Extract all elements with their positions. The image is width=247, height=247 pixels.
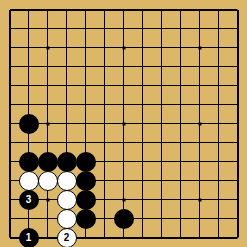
intersection-13-13[interactable] (228, 228, 247, 247)
intersection-10-13[interactable] (171, 228, 190, 247)
intersection-13-7[interactable] (228, 114, 247, 133)
intersection-12-3[interactable] (209, 38, 228, 57)
intersection-2-4[interactable] (19, 57, 38, 76)
intersection-1-5[interactable] (0, 76, 19, 95)
intersection-3-13[interactable] (38, 228, 57, 247)
intersection-12-11[interactable] (209, 190, 228, 209)
move-number: 3 (26, 195, 32, 205)
white-stone: 2 (57, 228, 77, 247)
intersection-13-12[interactable] (228, 209, 247, 228)
intersection-8-13[interactable] (133, 228, 152, 247)
intersection-7-11[interactable] (114, 190, 133, 209)
intersection-3-2[interactable] (38, 19, 57, 38)
intersection-5-5[interactable] (76, 76, 95, 95)
intersection-3-7[interactable] (38, 114, 57, 133)
intersection-11-6[interactable] (190, 95, 209, 114)
intersection-5-9[interactable] (76, 152, 95, 171)
black-stone (76, 209, 96, 229)
intersection-4-9[interactable] (57, 152, 76, 171)
intersection-7-8[interactable] (114, 133, 133, 152)
intersection-11-10[interactable] (190, 171, 209, 190)
intersection-11-3[interactable] (190, 38, 209, 57)
white-stone (57, 171, 77, 191)
intersection-5-3[interactable] (76, 38, 95, 57)
intersection-10-2[interactable] (171, 19, 190, 38)
intersection-2-9[interactable] (19, 152, 38, 171)
intersection-5-10[interactable] (76, 171, 95, 190)
star-point (122, 122, 125, 125)
intersection-12-9[interactable] (209, 152, 228, 171)
intersection-9-5[interactable] (152, 76, 171, 95)
intersection-1-4[interactable] (0, 57, 19, 76)
intersection-7-6[interactable] (114, 95, 133, 114)
intersection-2-3[interactable] (19, 38, 38, 57)
intersection-13-6[interactable] (228, 95, 247, 114)
intersection-7-3[interactable] (114, 38, 133, 57)
intersection-2-13[interactable]: 1 (19, 228, 38, 247)
intersection-3-4[interactable] (38, 57, 57, 76)
intersection-1-12[interactable] (0, 209, 19, 228)
intersection-1-7[interactable] (0, 114, 19, 133)
intersection-7-13[interactable] (114, 228, 133, 247)
move-number: 1 (26, 233, 32, 243)
intersection-3-10[interactable] (38, 171, 57, 190)
intersection-1-3[interactable] (0, 38, 19, 57)
intersection-13-4[interactable] (228, 57, 247, 76)
intersection-6-1[interactable] (95, 0, 114, 19)
black-stone (57, 152, 77, 172)
intersection-8-9[interactable] (133, 152, 152, 171)
intersection-3-6[interactable] (38, 95, 57, 114)
intersection-5-7[interactable] (76, 114, 95, 133)
intersection-2-8[interactable] (19, 133, 38, 152)
intersection-8-12[interactable] (133, 209, 152, 228)
black-stone (19, 114, 39, 134)
intersection-4-11[interactable] (57, 190, 76, 209)
intersection-8-3[interactable] (133, 38, 152, 57)
intersection-6-2[interactable] (95, 19, 114, 38)
intersection-3-3[interactable] (38, 38, 57, 57)
white-stone (57, 190, 77, 210)
intersection-8-2[interactable] (133, 19, 152, 38)
intersection-9-2[interactable] (152, 19, 171, 38)
intersection-4-8[interactable] (57, 133, 76, 152)
intersection-1-6[interactable] (0, 95, 19, 114)
white-stone (19, 171, 39, 191)
intersection-6-10[interactable] (95, 171, 114, 190)
intersection-11-1[interactable] (190, 0, 209, 19)
intersection-10-12[interactable] (171, 209, 190, 228)
black-stone: 1 (19, 228, 39, 247)
intersection-12-13[interactable] (209, 228, 228, 247)
star-point (46, 198, 49, 201)
intersection-8-11[interactable] (133, 190, 152, 209)
star-point (46, 46, 49, 49)
intersection-10-10[interactable] (171, 171, 190, 190)
intersection-9-9[interactable] (152, 152, 171, 171)
intersection-7-2[interactable] (114, 19, 133, 38)
intersection-10-11[interactable] (171, 190, 190, 209)
black-stone: 3 (19, 190, 39, 210)
intersection-2-7[interactable] (19, 114, 38, 133)
intersection-11-4[interactable] (190, 57, 209, 76)
intersection-7-10[interactable] (114, 171, 133, 190)
intersection-12-12[interactable] (209, 209, 228, 228)
intersection-9-6[interactable] (152, 95, 171, 114)
star-point (198, 46, 201, 49)
intersection-4-3[interactable] (57, 38, 76, 57)
black-stone (38, 152, 58, 172)
intersection-6-11[interactable] (95, 190, 114, 209)
intersection-13-10[interactable] (228, 171, 247, 190)
intersection-11-13[interactable] (190, 228, 209, 247)
intersection-11-9[interactable] (190, 152, 209, 171)
intersection-13-11[interactable] (228, 190, 247, 209)
intersection-1-13[interactable] (0, 228, 19, 247)
black-stone (19, 152, 39, 172)
intersection-9-13[interactable] (152, 228, 171, 247)
intersection-13-2[interactable] (228, 19, 247, 38)
intersection-12-5[interactable] (209, 76, 228, 95)
intersection-2-11[interactable]: 3 (19, 190, 38, 209)
intersection-12-4[interactable] (209, 57, 228, 76)
intersection-4-12[interactable] (57, 209, 76, 228)
intersection-10-8[interactable] (171, 133, 190, 152)
intersection-2-12[interactable] (19, 209, 38, 228)
intersection-4-4[interactable] (57, 57, 76, 76)
intersection-7-9[interactable] (114, 152, 133, 171)
white-stone (38, 171, 58, 191)
intersection-4-10[interactable] (57, 171, 76, 190)
intersection-13-9[interactable] (228, 152, 247, 171)
intersection-1-10[interactable] (0, 171, 19, 190)
intersection-2-2[interactable] (19, 19, 38, 38)
intersection-10-9[interactable] (171, 152, 190, 171)
intersection-1-1[interactable] (0, 0, 19, 19)
intersection-6-5[interactable] (95, 76, 114, 95)
intersection-12-6[interactable] (209, 95, 228, 114)
intersection-7-7[interactable] (114, 114, 133, 133)
intersection-9-12[interactable] (152, 209, 171, 228)
intersection-11-2[interactable] (190, 19, 209, 38)
black-stone (114, 209, 134, 229)
intersection-12-7[interactable] (209, 114, 228, 133)
intersection-13-5[interactable] (228, 76, 247, 95)
intersection-8-6[interactable] (133, 95, 152, 114)
intersection-8-4[interactable] (133, 57, 152, 76)
intersection-5-13[interactable] (76, 228, 95, 247)
intersection-9-10[interactable] (152, 171, 171, 190)
intersection-8-8[interactable] (133, 133, 152, 152)
intersection-7-12[interactable] (114, 209, 133, 228)
intersection-5-2[interactable] (76, 19, 95, 38)
intersection-6-12[interactable] (95, 209, 114, 228)
intersection-1-11[interactable] (0, 190, 19, 209)
intersection-13-8[interactable] (228, 133, 247, 152)
intersection-5-1[interactable] (76, 0, 95, 19)
intersection-8-5[interactable] (133, 76, 152, 95)
intersection-5-12[interactable] (76, 209, 95, 228)
intersection-9-1[interactable] (152, 0, 171, 19)
intersection-2-1[interactable] (19, 0, 38, 19)
intersection-12-2[interactable] (209, 19, 228, 38)
intersection-6-4[interactable] (95, 57, 114, 76)
intersection-3-1[interactable] (38, 0, 57, 19)
intersection-10-3[interactable] (171, 38, 190, 57)
intersection-7-1[interactable] (114, 0, 133, 19)
intersection-6-9[interactable] (95, 152, 114, 171)
intersection-8-7[interactable] (133, 114, 152, 133)
intersection-10-5[interactable] (171, 76, 190, 95)
intersection-11-5[interactable] (190, 76, 209, 95)
star-point (198, 198, 201, 201)
intersection-9-11[interactable] (152, 190, 171, 209)
intersection-9-3[interactable] (152, 38, 171, 57)
intersection-10-6[interactable] (171, 95, 190, 114)
intersection-5-8[interactable] (76, 133, 95, 152)
intersection-10-4[interactable] (171, 57, 190, 76)
intersection-6-7[interactable] (95, 114, 114, 133)
star-point (46, 122, 49, 125)
go-board: 312 (0, 0, 247, 247)
intersection-5-4[interactable] (76, 57, 95, 76)
intersection-12-1[interactable] (209, 0, 228, 19)
intersection-3-5[interactable] (38, 76, 57, 95)
intersection-9-4[interactable] (152, 57, 171, 76)
intersection-5-6[interactable] (76, 95, 95, 114)
intersection-9-8[interactable] (152, 133, 171, 152)
intersection-2-5[interactable] (19, 76, 38, 95)
intersection-3-8[interactable] (38, 133, 57, 152)
intersection-3-9[interactable] (38, 152, 57, 171)
move-number: 2 (64, 233, 70, 243)
star-point (122, 46, 125, 49)
intersection-11-8[interactable] (190, 133, 209, 152)
intersection-10-1[interactable] (171, 0, 190, 19)
intersection-6-8[interactable] (95, 133, 114, 152)
intersection-4-2[interactable] (57, 19, 76, 38)
intersection-1-8[interactable] (0, 133, 19, 152)
intersection-12-8[interactable] (209, 133, 228, 152)
intersection-6-13[interactable] (95, 228, 114, 247)
intersection-1-9[interactable] (0, 152, 19, 171)
intersection-3-12[interactable] (38, 209, 57, 228)
white-stone (57, 209, 77, 229)
intersection-6-6[interactable] (95, 95, 114, 114)
intersection-13-3[interactable] (228, 38, 247, 57)
intersection-1-2[interactable] (0, 19, 19, 38)
intersection-3-11[interactable] (38, 190, 57, 209)
black-stone (76, 171, 96, 191)
intersection-6-3[interactable] (95, 38, 114, 57)
star-point (198, 122, 201, 125)
intersection-7-5[interactable] (114, 76, 133, 95)
intersection-4-5[interactable] (57, 76, 76, 95)
star-point (122, 198, 125, 201)
intersection-2-6[interactable] (19, 95, 38, 114)
intersection-10-7[interactable] (171, 114, 190, 133)
intersection-11-12[interactable] (190, 209, 209, 228)
intersection-8-1[interactable] (133, 0, 152, 19)
intersection-7-4[interactable] (114, 57, 133, 76)
intersection-13-1[interactable] (228, 0, 247, 19)
intersection-11-7[interactable] (190, 114, 209, 133)
black-stone (76, 152, 96, 172)
intersection-2-10[interactable] (19, 171, 38, 190)
intersection-4-1[interactable] (57, 0, 76, 19)
intersection-8-10[interactable] (133, 171, 152, 190)
intersection-12-10[interactable] (209, 171, 228, 190)
intersection-4-7[interactable] (57, 114, 76, 133)
intersection-4-13[interactable]: 2 (57, 228, 76, 247)
black-stone (76, 190, 96, 210)
intersection-5-11[interactable] (76, 190, 95, 209)
intersection-11-11[interactable] (190, 190, 209, 209)
intersection-9-7[interactable] (152, 114, 171, 133)
intersection-4-6[interactable] (57, 95, 76, 114)
